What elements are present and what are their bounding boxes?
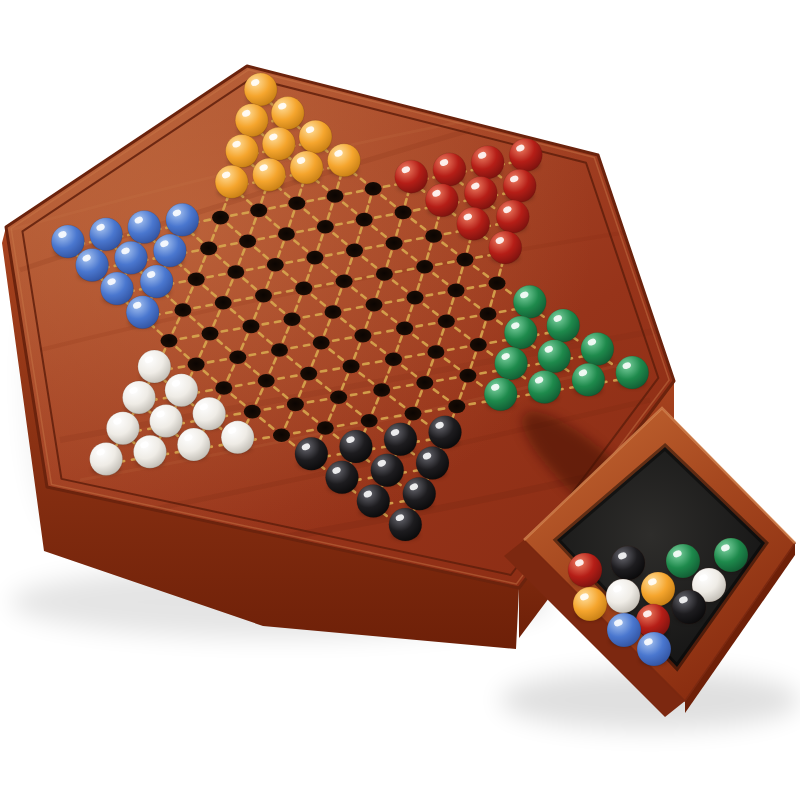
hole-r6-c3[interactable]	[200, 242, 217, 256]
hole-r11-c4[interactable]	[300, 367, 317, 381]
marble-blue-2[interactable]	[90, 218, 123, 251]
marble-white-10[interactable]	[221, 421, 254, 454]
marble-red-9[interactable]	[496, 200, 529, 233]
marble-red-4[interactable]	[509, 139, 542, 172]
marble-orange-4[interactable]	[226, 135, 259, 168]
hole-r12-c3[interactable]	[244, 405, 261, 419]
marble-white-7[interactable]	[90, 442, 123, 475]
hole-r8-c2[interactable]	[215, 296, 232, 310]
marble-blue-7[interactable]	[153, 234, 186, 267]
marble-red-8[interactable]	[457, 207, 490, 240]
hole-r7-c5[interactable]	[306, 251, 323, 265]
marble-orange-10[interactable]	[327, 144, 360, 177]
marble-red-6[interactable]	[464, 177, 497, 210]
hole-r5-c7[interactable]	[327, 189, 344, 203]
marble-red-3[interactable]	[471, 146, 504, 179]
marble-orange-7[interactable]	[215, 165, 248, 198]
hole-r9-c0[interactable]	[161, 334, 178, 348]
hole-r11-c3[interactable]	[258, 374, 275, 388]
marble-green-2[interactable]	[504, 316, 537, 349]
marble-black-2[interactable]	[339, 430, 372, 463]
hole-r9-c1[interactable]	[202, 327, 219, 341]
hole-r6-c5[interactable]	[278, 227, 295, 241]
marble-black-8[interactable]	[357, 484, 390, 517]
hole-r7-c7[interactable]	[386, 236, 403, 250]
marble-black-10[interactable]	[389, 508, 422, 541]
hole-r10-c4[interactable]	[313, 336, 330, 350]
drawer-marble-black-2[interactable]	[672, 590, 706, 624]
hole-r11-c7[interactable]	[427, 345, 444, 359]
board-scene	[0, 0, 800, 800]
hole-r8-c6[interactable]	[376, 267, 393, 281]
hole-r8-c5[interactable]	[336, 274, 353, 288]
marble-red-10[interactable]	[489, 231, 522, 264]
marble-green-10[interactable]	[616, 356, 649, 389]
chinese-checkers-product-photo	[0, 0, 800, 800]
hole-r10-c3[interactable]	[271, 343, 288, 357]
hole-r9-c2[interactable]	[243, 320, 260, 334]
hole-r12-c6[interactable]	[373, 383, 390, 397]
marble-white-5[interactable]	[150, 404, 183, 437]
hole-r12-c7[interactable]	[416, 376, 433, 390]
marble-red-7[interactable]	[503, 169, 536, 202]
marble-white-9[interactable]	[177, 428, 210, 461]
marble-orange-9[interactable]	[290, 151, 323, 184]
hole-r6-c8[interactable]	[395, 206, 412, 220]
marble-black-3[interactable]	[384, 423, 417, 456]
hole-r7-c4[interactable]	[267, 258, 284, 272]
storage-drawer[interactable]	[504, 395, 795, 717]
marble-green-3[interactable]	[547, 309, 580, 342]
marble-orange-3[interactable]	[271, 97, 304, 130]
marble-black-9[interactable]	[403, 477, 436, 510]
marble-red-2[interactable]	[433, 153, 466, 186]
drawer-marble-green-2[interactable]	[714, 538, 748, 572]
marble-orange-1[interactable]	[244, 73, 277, 106]
marble-black-7[interactable]	[416, 446, 449, 479]
hole-r10-c7[interactable]	[438, 314, 455, 328]
drawer-marble-black-1[interactable]	[611, 546, 645, 580]
marble-green-6[interactable]	[581, 332, 614, 365]
marble-green-9[interactable]	[572, 363, 605, 396]
drawer-marble-white-2[interactable]	[606, 579, 640, 613]
marble-green-7[interactable]	[484, 378, 517, 411]
marble-blue-6[interactable]	[114, 241, 147, 274]
marble-blue-1[interactable]	[51, 225, 84, 258]
hole-r12-c8[interactable]	[459, 369, 476, 383]
hole-r13-c6[interactable]	[361, 414, 378, 428]
hole-r9-c3[interactable]	[284, 312, 301, 326]
hole-r11-c5[interactable]	[343, 360, 360, 374]
marble-blue-8[interactable]	[101, 272, 134, 305]
hole-r8-c7[interactable]	[416, 260, 433, 274]
hole-r12-c5[interactable]	[330, 390, 347, 404]
hole-r9-c8[interactable]	[489, 276, 506, 290]
marble-orange-2[interactable]	[235, 104, 268, 137]
hole-r9-c7[interactable]	[448, 284, 465, 298]
marble-green-1[interactable]	[513, 285, 546, 318]
hole-r7-c2[interactable]	[188, 272, 205, 286]
marble-blue-10[interactable]	[126, 296, 159, 329]
marble-green-5[interactable]	[538, 340, 571, 373]
hole-r10-c1[interactable]	[188, 358, 205, 372]
hole-r11-c6[interactable]	[385, 352, 402, 366]
hole-r5-c5[interactable]	[250, 204, 267, 218]
hole-r8-c4[interactable]	[295, 282, 312, 296]
marble-white-6[interactable]	[193, 397, 226, 430]
marble-red-1[interactable]	[395, 160, 428, 193]
hole-r13-c8[interactable]	[448, 400, 465, 414]
hole-r7-c8[interactable]	[425, 229, 442, 243]
marble-red-5[interactable]	[425, 184, 458, 217]
hole-r10-c8[interactable]	[480, 307, 497, 321]
hole-r6-c7[interactable]	[356, 213, 373, 227]
hole-r11-c8[interactable]	[470, 338, 487, 352]
drawer-marble-orange-2[interactable]	[573, 587, 607, 621]
hole-r13-c7[interactable]	[405, 407, 422, 421]
marble-orange-6[interactable]	[299, 120, 332, 153]
drawer-marble-red-1[interactable]	[568, 553, 602, 587]
marble-black-1[interactable]	[295, 437, 328, 470]
hole-r10-c6[interactable]	[396, 322, 413, 336]
hole-r8-c1[interactable]	[174, 303, 191, 317]
marble-white-8[interactable]	[133, 435, 166, 468]
marble-white-2[interactable]	[122, 381, 155, 414]
marble-orange-8[interactable]	[253, 158, 286, 191]
hole-r13-c4[interactable]	[273, 428, 290, 442]
marble-green-4[interactable]	[495, 347, 528, 380]
marble-orange-5[interactable]	[262, 127, 295, 160]
marble-white-1[interactable]	[138, 350, 171, 383]
marble-green-8[interactable]	[528, 370, 561, 403]
hole-r5-c8[interactable]	[365, 182, 382, 196]
hole-r10-c5[interactable]	[354, 329, 371, 343]
marble-black-5[interactable]	[325, 461, 358, 494]
hole-r11-c2[interactable]	[215, 381, 232, 395]
hole-r8-c3[interactable]	[255, 289, 272, 303]
marble-blue-4[interactable]	[166, 203, 199, 236]
drawer-marble-green-1[interactable]	[666, 544, 700, 578]
marble-blue-3[interactable]	[128, 211, 161, 244]
hole-r7-c3[interactable]	[227, 265, 244, 279]
hole-r9-c5[interactable]	[366, 298, 383, 312]
hole-r8-c8[interactable]	[457, 253, 474, 267]
drawer-marble-blue-2[interactable]	[637, 632, 671, 666]
marble-black-6[interactable]	[371, 454, 404, 487]
drawer-marble-orange-1[interactable]	[641, 572, 675, 606]
hole-r6-c6[interactable]	[317, 220, 334, 234]
hole-r9-c6[interactable]	[407, 291, 424, 305]
marble-black-4[interactable]	[429, 416, 462, 449]
hole-r5-c6[interactable]	[288, 196, 305, 210]
marble-white-4[interactable]	[106, 412, 139, 445]
hole-r10-c2[interactable]	[229, 350, 246, 364]
hole-r12-c4[interactable]	[287, 398, 304, 412]
hole-r9-c4[interactable]	[325, 305, 342, 319]
marble-blue-9[interactable]	[140, 265, 173, 298]
hole-r6-c4[interactable]	[239, 234, 256, 248]
hole-r7-c6[interactable]	[346, 244, 363, 258]
marble-white-3[interactable]	[165, 374, 198, 407]
hole-r5-c4[interactable]	[212, 211, 229, 225]
hole-r13-c5[interactable]	[317, 421, 334, 435]
marble-blue-5[interactable]	[76, 249, 109, 282]
drawer-marble-blue-1[interactable]	[607, 613, 641, 647]
